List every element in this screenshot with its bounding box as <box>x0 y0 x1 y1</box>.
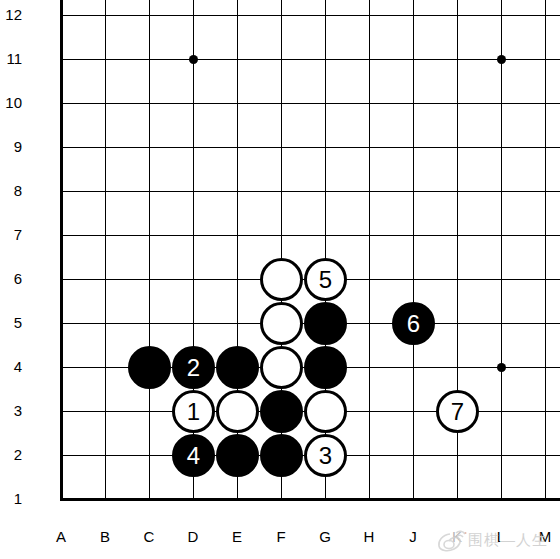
black-stone-F3[interactable] <box>260 390 303 433</box>
move-number-2: 2 <box>187 356 200 380</box>
grid-line-col-M <box>545 0 546 499</box>
white-stone-G6[interactable]: 5 <box>304 258 347 301</box>
col-label-A: A <box>39 528 83 545</box>
col-label-K: K <box>435 528 479 545</box>
col-label-J: J <box>391 528 435 545</box>
row-label-8: 8 <box>0 182 22 199</box>
row-label-6: 6 <box>0 270 22 287</box>
black-stone-C4[interactable] <box>128 346 171 389</box>
col-label-H: H <box>347 528 391 545</box>
row-label-2: 2 <box>0 446 22 463</box>
black-stone-E2[interactable] <box>216 434 259 477</box>
grid-line-row-10 <box>61 103 560 104</box>
white-stone-F6[interactable] <box>260 258 303 301</box>
row-label-7: 7 <box>0 226 22 243</box>
grid-line-col-J <box>413 0 414 499</box>
black-stone-G5[interactable] <box>304 302 347 345</box>
col-label-M: M <box>523 528 560 545</box>
white-stone-K3[interactable]: 7 <box>436 390 479 433</box>
star-point-L11 <box>497 55 506 64</box>
grid-line-col-A <box>60 0 63 501</box>
col-label-G: G <box>303 528 347 545</box>
row-label-4: 4 <box>0 358 22 375</box>
grid-line-row-12 <box>61 15 560 16</box>
col-label-F: F <box>259 528 303 545</box>
go-board: 121110987654321ABCDEFGHJKLM5621743 <box>0 0 560 559</box>
col-label-E: E <box>215 528 259 545</box>
move-number-7: 7 <box>451 400 464 424</box>
grid-line-col-C <box>149 0 150 499</box>
star-point-D11 <box>189 55 198 64</box>
row-label-9: 9 <box>0 138 22 155</box>
black-stone-D2[interactable]: 4 <box>172 434 215 477</box>
black-stone-F2[interactable] <box>260 434 303 477</box>
grid-line-row-7 <box>61 235 560 236</box>
col-label-L: L <box>479 528 523 545</box>
row-label-5: 5 <box>0 314 22 331</box>
row-label-1: 1 <box>0 490 22 507</box>
white-stone-F4[interactable] <box>260 346 303 389</box>
grid-line-row-11 <box>61 59 560 60</box>
row-label-12: 12 <box>0 6 22 23</box>
move-number-6: 6 <box>407 312 420 336</box>
move-number-4: 4 <box>187 444 200 468</box>
grid-line-row-1 <box>60 498 560 501</box>
move-number-5: 5 <box>319 268 332 292</box>
col-label-B: B <box>83 528 127 545</box>
grid-line-row-9 <box>61 147 560 148</box>
row-label-11: 11 <box>0 50 22 67</box>
black-stone-D4[interactable]: 2 <box>172 346 215 389</box>
grid-line-col-L <box>501 0 502 499</box>
row-label-3: 3 <box>0 402 22 419</box>
black-stone-G4[interactable] <box>304 346 347 389</box>
white-stone-D3[interactable]: 1 <box>172 390 215 433</box>
row-label-10: 10 <box>0 94 22 111</box>
black-stone-J5[interactable]: 6 <box>392 302 435 345</box>
col-label-D: D <box>171 528 215 545</box>
white-stone-E3[interactable] <box>216 390 259 433</box>
grid-line-col-H <box>369 0 370 499</box>
white-stone-F5[interactable] <box>260 302 303 345</box>
grid-line-col-B <box>105 0 106 499</box>
grid-line-row-8 <box>61 191 560 192</box>
go-diagram: 121110987654321ABCDEFGHJKLM5621743 围棋—人生 <box>0 0 560 559</box>
col-label-C: C <box>127 528 171 545</box>
star-point-L4 <box>497 363 506 372</box>
white-stone-G2[interactable]: 3 <box>304 434 347 477</box>
move-number-3: 3 <box>319 444 332 468</box>
move-number-1: 1 <box>187 400 200 424</box>
black-stone-E4[interactable] <box>216 346 259 389</box>
white-stone-G3[interactable] <box>304 390 347 433</box>
